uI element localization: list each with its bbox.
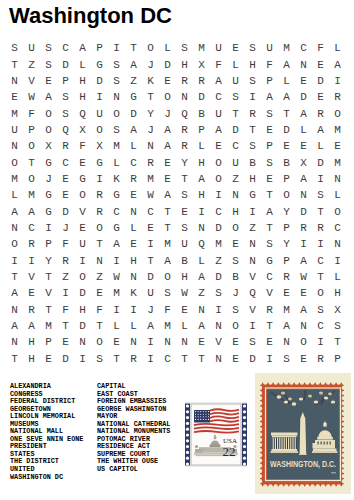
grid-cell-r13c2[interactable]: R xyxy=(23,236,40,252)
grid-cell-r18c13[interactable]: N xyxy=(210,318,227,334)
grid-cell-r12c7[interactable]: G xyxy=(108,220,125,236)
grid-cell-r16c11[interactable]: W xyxy=(176,285,193,301)
grid-cell-r18c11[interactable]: L xyxy=(176,318,193,334)
grid-cell-r14c9[interactable]: T xyxy=(142,252,159,268)
grid-cell-r2c2[interactable]: Z xyxy=(23,56,40,72)
grid-cell-r18c5[interactable]: D xyxy=(74,318,91,334)
grid-cell-r16c19[interactable]: O xyxy=(312,285,329,301)
grid-cell-r9c8[interactable]: R xyxy=(125,171,142,187)
grid-cell-r15c11[interactable]: H xyxy=(176,269,193,285)
grid-cell-r19c5[interactable]: N xyxy=(74,334,91,350)
grid-cell-r19c9[interactable]: I xyxy=(142,334,159,350)
grid-cell-r15c5[interactable]: O xyxy=(74,269,91,285)
grid-cell-r18c14[interactable]: O xyxy=(227,318,244,334)
grid-cell-r6c15[interactable]: T xyxy=(244,122,261,138)
grid-cell-r11c11[interactable]: E xyxy=(176,203,193,219)
grid-cell-r10c17[interactable]: O xyxy=(278,187,295,203)
grid-cell-r1c1[interactable]: S xyxy=(6,40,23,56)
grid-cell-r12c17[interactable]: P xyxy=(278,220,295,236)
grid-cell-r15c18[interactable]: W xyxy=(295,269,312,285)
grid-cell-r14c12[interactable]: L xyxy=(193,252,210,268)
grid-cell-r19c16[interactable]: E xyxy=(261,334,278,350)
grid-cell-r5c5[interactable]: Q xyxy=(74,105,91,121)
grid-cell-r15c17[interactable]: R xyxy=(278,269,295,285)
grid-cell-r1c10[interactable]: L xyxy=(159,40,176,56)
grid-cell-r8c7[interactable]: L xyxy=(108,154,125,170)
grid-cell-r10c20[interactable]: L xyxy=(329,187,346,203)
grid-cell-r13c7[interactable]: A xyxy=(108,236,125,252)
grid-cell-r6c9[interactable]: J xyxy=(142,122,159,138)
grid-cell-r10c10[interactable]: A xyxy=(159,187,176,203)
grid-cell-r9c15[interactable]: H xyxy=(244,171,261,187)
grid-cell-r12c20[interactable]: C xyxy=(329,220,346,236)
grid-cell-r18c1[interactable]: A xyxy=(6,318,23,334)
grid-cell-r10c15[interactable]: G xyxy=(244,187,261,203)
grid-cell-r16c2[interactable]: E xyxy=(23,285,40,301)
grid-cell-r14c15[interactable]: N xyxy=(244,252,261,268)
grid-cell-r9c7[interactable]: K xyxy=(108,171,125,187)
grid-cell-r19c19[interactable]: I xyxy=(312,334,329,350)
grid-cell-r13c15[interactable]: N xyxy=(244,236,261,252)
grid-cell-r10c7[interactable]: G xyxy=(108,187,125,203)
grid-cell-r10c14[interactable]: N xyxy=(227,187,244,203)
grid-cell-r9c18[interactable]: A xyxy=(295,171,312,187)
grid-cell-r18c3[interactable]: M xyxy=(40,318,57,334)
grid-cell-r17c9[interactable]: J xyxy=(142,302,159,318)
grid-cell-r17c11[interactable]: E xyxy=(176,302,193,318)
grid-cell-r16c3[interactable]: V xyxy=(40,285,57,301)
grid-cell-r14c8[interactable]: H xyxy=(125,252,142,268)
grid-cell-r15c12[interactable]: A xyxy=(193,269,210,285)
grid-cell-r13c1[interactable]: O xyxy=(6,236,23,252)
grid-cell-r7c12[interactable]: L xyxy=(193,138,210,154)
grid-cell-r2c17[interactable]: A xyxy=(278,56,295,72)
grid-cell-r11c3[interactable]: G xyxy=(40,203,57,219)
grid-cell-r19c4[interactable]: E xyxy=(57,334,74,350)
grid-cell-r12c13[interactable]: D xyxy=(210,220,227,236)
grid-cell-r12c6[interactable]: O xyxy=(91,220,108,236)
grid-cell-r9c19[interactable]: I xyxy=(312,171,329,187)
grid-cell-r6c11[interactable]: R xyxy=(176,122,193,138)
grid-cell-r3c19[interactable]: D xyxy=(312,73,329,89)
grid-cell-r12c16[interactable]: T xyxy=(261,220,278,236)
grid-cell-r2c9[interactable]: J xyxy=(142,56,159,72)
grid-cell-r10c5[interactable]: O xyxy=(74,187,91,203)
grid-cell-r3c10[interactable]: E xyxy=(159,73,176,89)
grid-cell-r6c10[interactable]: A xyxy=(159,122,176,138)
grid-cell-r16c14[interactable]: J xyxy=(227,285,244,301)
grid-cell-r5c12[interactable]: B xyxy=(193,105,210,121)
grid-cell-r15c4[interactable]: Z xyxy=(57,269,74,285)
grid-cell-r13c10[interactable]: M xyxy=(159,236,176,252)
grid-cell-r18c9[interactable]: A xyxy=(142,318,159,334)
grid-cell-r14c16[interactable]: G xyxy=(261,252,278,268)
grid-cell-r13c13[interactable]: M xyxy=(210,236,227,252)
grid-cell-r19c17[interactable]: N xyxy=(278,334,295,350)
grid-cell-r13c17[interactable]: Y xyxy=(278,236,295,252)
grid-cell-r16c18[interactable]: E xyxy=(295,285,312,301)
grid-cell-r15c15[interactable]: V xyxy=(244,269,261,285)
grid-cell-r5c9[interactable]: Y xyxy=(142,105,159,121)
grid-cell-r4c13[interactable]: C xyxy=(210,89,227,105)
grid-cell-r18c12[interactable]: A xyxy=(193,318,210,334)
grid-cell-r2c19[interactable]: E xyxy=(312,56,329,72)
grid-cell-r17c12[interactable]: N xyxy=(193,302,210,318)
grid-cell-r6c20[interactable]: M xyxy=(329,122,346,138)
grid-cell-r20c15[interactable]: D xyxy=(244,351,261,367)
grid-cell-r10c18[interactable]: N xyxy=(295,187,312,203)
grid-cell-r5c13[interactable]: U xyxy=(210,105,227,121)
grid-cell-r19c12[interactable]: E xyxy=(193,334,210,350)
grid-cell-r8c6[interactable]: G xyxy=(91,154,108,170)
grid-cell-r20c3[interactable]: E xyxy=(40,351,57,367)
grid-cell-r1c19[interactable]: F xyxy=(312,40,329,56)
grid-cell-r2c4[interactable]: D xyxy=(57,56,74,72)
grid-cell-r6c18[interactable]: L xyxy=(295,122,312,138)
grid-cell-r8c4[interactable]: C xyxy=(57,154,74,170)
grid-cell-r8c12[interactable]: H xyxy=(193,154,210,170)
grid-cell-r3c6[interactable]: D xyxy=(91,73,108,89)
grid-cell-r19c3[interactable]: P xyxy=(40,334,57,350)
grid-cell-r7c10[interactable]: A xyxy=(159,138,176,154)
grid-cell-r13c4[interactable]: F xyxy=(57,236,74,252)
grid-cell-r4c15[interactable]: I xyxy=(244,89,261,105)
grid-cell-r14c1[interactable]: I xyxy=(6,252,23,268)
grid-cell-r1c12[interactable]: M xyxy=(193,40,210,56)
grid-cell-r14c13[interactable]: Z xyxy=(210,252,227,268)
grid-cell-r2c1[interactable]: T xyxy=(6,56,23,72)
grid-cell-r7c16[interactable]: P xyxy=(261,138,278,154)
grid-cell-r17c16[interactable]: R xyxy=(261,302,278,318)
grid-cell-r6c14[interactable]: D xyxy=(227,122,244,138)
grid-cell-r13c5[interactable]: U xyxy=(74,236,91,252)
grid-cell-r19c14[interactable]: E xyxy=(227,334,244,350)
grid-cell-r8c20[interactable]: M xyxy=(329,154,346,170)
grid-cell-r20c12[interactable]: T xyxy=(193,351,210,367)
grid-cell-r18c19[interactable]: C xyxy=(312,318,329,334)
grid-cell-r6c4[interactable]: Q xyxy=(57,122,74,138)
grid-cell-r15c6[interactable]: Z xyxy=(91,269,108,285)
grid-cell-r4c18[interactable]: D xyxy=(295,89,312,105)
grid-cell-r20c7[interactable]: T xyxy=(108,351,125,367)
grid-cell-r12c14[interactable]: O xyxy=(227,220,244,236)
grid-cell-r7c13[interactable]: E xyxy=(210,138,227,154)
grid-cell-r4c4[interactable]: S xyxy=(57,89,74,105)
grid-cell-r8c3[interactable]: G xyxy=(40,154,57,170)
grid-cell-r5c6[interactable]: U xyxy=(91,105,108,121)
grid-cell-r10c4[interactable]: E xyxy=(57,187,74,203)
grid-cell-r10c9[interactable]: W xyxy=(142,187,159,203)
grid-cell-r1c8[interactable]: T xyxy=(125,40,142,56)
grid-cell-r1c14[interactable]: E xyxy=(227,40,244,56)
grid-cell-r10c6[interactable]: R xyxy=(91,187,108,203)
grid-cell-r3c2[interactable]: V xyxy=(23,73,40,89)
grid-cell-r14c2[interactable]: I xyxy=(23,252,40,268)
grid-cell-r20c6[interactable]: S xyxy=(91,351,108,367)
grid-cell-r4c5[interactable]: H xyxy=(74,89,91,105)
grid-cell-r11c12[interactable]: I xyxy=(193,203,210,219)
grid-cell-r16c5[interactable]: D xyxy=(74,285,91,301)
grid-cell-r20c14[interactable]: E xyxy=(227,351,244,367)
grid-cell-r15c16[interactable]: C xyxy=(261,269,278,285)
grid-cell-r19c1[interactable]: N xyxy=(6,334,23,350)
grid-cell-r11c19[interactable]: T xyxy=(312,203,329,219)
grid-cell-r16c9[interactable]: U xyxy=(142,285,159,301)
grid-cell-r4c10[interactable]: O xyxy=(159,89,176,105)
grid-cell-r20c20[interactable]: P xyxy=(329,351,346,367)
grid-cell-r18c16[interactable]: T xyxy=(261,318,278,334)
grid-cell-r20c13[interactable]: N xyxy=(210,351,227,367)
grid-cell-r3c12[interactable]: R xyxy=(193,73,210,89)
grid-cell-r9c5[interactable]: G xyxy=(74,171,91,187)
grid-cell-r3c4[interactable]: P xyxy=(57,73,74,89)
grid-cell-r2c5[interactable]: L xyxy=(74,56,91,72)
grid-cell-r3c5[interactable]: H xyxy=(74,73,91,89)
grid-cell-r12c1[interactable]: N xyxy=(6,220,23,236)
grid-cell-r16c12[interactable]: Z xyxy=(193,285,210,301)
grid-cell-r12c15[interactable]: Z xyxy=(244,220,261,236)
grid-cell-r9c10[interactable]: E xyxy=(159,171,176,187)
grid-cell-r8c5[interactable]: E xyxy=(74,154,91,170)
grid-cell-r6c1[interactable]: U xyxy=(6,122,23,138)
grid-cell-r6c17[interactable]: D xyxy=(278,122,295,138)
grid-cell-r16c4[interactable]: I xyxy=(57,285,74,301)
grid-cell-r14c17[interactable]: P xyxy=(278,252,295,268)
grid-cell-r2c20[interactable]: A xyxy=(329,56,346,72)
grid-cell-r7c9[interactable]: N xyxy=(142,138,159,154)
grid-cell-r8c1[interactable]: O xyxy=(6,154,23,170)
grid-cell-r3c1[interactable]: N xyxy=(6,73,23,89)
grid-cell-r9c16[interactable]: E xyxy=(261,171,278,187)
grid-cell-r4c17[interactable]: A xyxy=(278,89,295,105)
grid-cell-r19c20[interactable]: T xyxy=(329,334,346,350)
grid-cell-r3c7[interactable]: S xyxy=(108,73,125,89)
grid-cell-r8c11[interactable]: Y xyxy=(176,154,193,170)
grid-cell-r17c7[interactable]: I xyxy=(108,302,125,318)
grid-cell-r16c7[interactable]: M xyxy=(108,285,125,301)
grid-cell-r2c14[interactable]: L xyxy=(227,56,244,72)
grid-cell-r18c2[interactable]: A xyxy=(23,318,40,334)
grid-cell-r14c19[interactable]: C xyxy=(312,252,329,268)
grid-cell-r19c10[interactable]: N xyxy=(159,334,176,350)
grid-cell-r18c8[interactable]: L xyxy=(125,318,142,334)
grid-cell-r4c12[interactable]: D xyxy=(193,89,210,105)
grid-cell-r15c9[interactable]: D xyxy=(142,269,159,285)
grid-cell-r8c17[interactable]: B xyxy=(278,154,295,170)
grid-cell-r6c7[interactable]: S xyxy=(108,122,125,138)
grid-cell-r2c16[interactable]: F xyxy=(261,56,278,72)
grid-cell-r2c12[interactable]: X xyxy=(193,56,210,72)
grid-cell-r7c8[interactable]: L xyxy=(125,138,142,154)
grid-cell-r14c18[interactable]: A xyxy=(295,252,312,268)
grid-cell-r3c9[interactable]: K xyxy=(142,73,159,89)
grid-cell-r3c17[interactable]: L xyxy=(278,73,295,89)
grid-cell-r5c10[interactable]: J xyxy=(159,105,176,121)
grid-cell-r12c3[interactable]: I xyxy=(40,220,57,236)
grid-cell-r17c2[interactable]: R xyxy=(23,302,40,318)
grid-cell-r2c15[interactable]: H xyxy=(244,56,261,72)
grid-cell-r13c12[interactable]: Q xyxy=(193,236,210,252)
grid-cell-r9c11[interactable]: T xyxy=(176,171,193,187)
grid-cell-r11c14[interactable]: H xyxy=(227,203,244,219)
grid-cell-r3c3[interactable]: E xyxy=(40,73,57,89)
grid-cell-r12c18[interactable]: R xyxy=(295,220,312,236)
grid-cell-r12c11[interactable]: S xyxy=(176,220,193,236)
grid-cell-r15c7[interactable]: W xyxy=(108,269,125,285)
grid-cell-r14c6[interactable]: N xyxy=(91,252,108,268)
grid-cell-r14c14[interactable]: S xyxy=(227,252,244,268)
grid-cell-r4c6[interactable]: I xyxy=(91,89,108,105)
grid-cell-r20c1[interactable]: T xyxy=(6,351,23,367)
grid-cell-r2c3[interactable]: S xyxy=(40,56,57,72)
grid-cell-r19c13[interactable]: V xyxy=(210,334,227,350)
grid-cell-r12c10[interactable]: T xyxy=(159,220,176,236)
grid-cell-r10c12[interactable]: H xyxy=(193,187,210,203)
grid-cell-r17c1[interactable]: N xyxy=(6,302,23,318)
grid-cell-r2c13[interactable]: F xyxy=(210,56,227,72)
grid-cell-r9c20[interactable]: N xyxy=(329,171,346,187)
grid-cell-r6c12[interactable]: P xyxy=(193,122,210,138)
grid-cell-r7c15[interactable]: S xyxy=(244,138,261,154)
grid-cell-r1c18[interactable]: C xyxy=(295,40,312,56)
grid-cell-r4c20[interactable]: R xyxy=(329,89,346,105)
grid-cell-r1c15[interactable]: S xyxy=(244,40,261,56)
grid-cell-r13c18[interactable]: I xyxy=(295,236,312,252)
grid-cell-r1c7[interactable]: I xyxy=(108,40,125,56)
grid-cell-r16c1[interactable]: A xyxy=(6,285,23,301)
grid-cell-r1c9[interactable]: O xyxy=(142,40,159,56)
grid-cell-r20c10[interactable]: C xyxy=(159,351,176,367)
grid-cell-r2c7[interactable]: S xyxy=(108,56,125,72)
grid-cell-r18c10[interactable]: M xyxy=(159,318,176,334)
grid-cell-r1c5[interactable]: A xyxy=(74,40,91,56)
grid-cell-r15c14[interactable]: B xyxy=(227,269,244,285)
grid-cell-r14c7[interactable]: I xyxy=(108,252,125,268)
grid-cell-r9c9[interactable]: M xyxy=(142,171,159,187)
grid-cell-r9c3[interactable]: J xyxy=(40,171,57,187)
grid-cell-r3c15[interactable]: S xyxy=(244,73,261,89)
grid-cell-r16c10[interactable]: S xyxy=(159,285,176,301)
grid-cell-r5c1[interactable]: M xyxy=(6,105,23,121)
grid-cell-r12c9[interactable]: E xyxy=(142,220,159,236)
grid-cell-r1c17[interactable]: M xyxy=(278,40,295,56)
grid-cell-r9c4[interactable]: E xyxy=(57,171,74,187)
grid-cell-r1c2[interactable]: U xyxy=(23,40,40,56)
grid-cell-r15c2[interactable]: V xyxy=(23,269,40,285)
grid-cell-r17c4[interactable]: F xyxy=(57,302,74,318)
grid-cell-r13c8[interactable]: E xyxy=(125,236,142,252)
grid-cell-r5c8[interactable]: D xyxy=(125,105,142,121)
grid-cell-r1c13[interactable]: U xyxy=(210,40,227,56)
grid-cell-r11c4[interactable]: D xyxy=(57,203,74,219)
grid-cell-r2c6[interactable]: G xyxy=(91,56,108,72)
grid-cell-r16c6[interactable]: E xyxy=(91,285,108,301)
grid-cell-r6c19[interactable]: A xyxy=(312,122,329,138)
grid-cell-r20c5[interactable]: I xyxy=(74,351,91,367)
grid-cell-r13c14[interactable]: E xyxy=(227,236,244,252)
grid-cell-r5c18[interactable]: A xyxy=(295,105,312,121)
grid-cell-r14c20[interactable]: I xyxy=(329,252,346,268)
grid-cell-r17c14[interactable]: S xyxy=(227,302,244,318)
grid-cell-r1c16[interactable]: U xyxy=(261,40,278,56)
grid-cell-r17c20[interactable]: X xyxy=(329,302,346,318)
grid-cell-r11c20[interactable]: O xyxy=(329,203,346,219)
grid-cell-r13c16[interactable]: S xyxy=(261,236,278,252)
grid-cell-r4c7[interactable]: N xyxy=(108,89,125,105)
grid-cell-r16c20[interactable]: H xyxy=(329,285,346,301)
grid-cell-r16c15[interactable]: Q xyxy=(244,285,261,301)
grid-cell-r2c18[interactable]: N xyxy=(295,56,312,72)
grid-cell-r12c2[interactable]: C xyxy=(23,220,40,236)
grid-cell-r2c11[interactable]: H xyxy=(176,56,193,72)
grid-cell-r17c5[interactable]: H xyxy=(74,302,91,318)
grid-cell-r16c16[interactable]: V xyxy=(261,285,278,301)
grid-cell-r10c16[interactable]: T xyxy=(261,187,278,203)
grid-cell-r17c13[interactable]: I xyxy=(210,302,227,318)
grid-cell-r14c11[interactable]: B xyxy=(176,252,193,268)
grid-cell-r5c19[interactable]: R xyxy=(312,105,329,121)
grid-cell-r5c11[interactable]: Q xyxy=(176,105,193,121)
grid-cell-r20c17[interactable]: S xyxy=(278,351,295,367)
grid-cell-r13c9[interactable]: I xyxy=(142,236,159,252)
grid-cell-r17c3[interactable]: T xyxy=(40,302,57,318)
grid-cell-r10c2[interactable]: M xyxy=(23,187,40,203)
grid-cell-r9c14[interactable]: Z xyxy=(227,171,244,187)
grid-cell-r17c18[interactable]: A xyxy=(295,302,312,318)
grid-cell-r15c13[interactable]: D xyxy=(210,269,227,285)
grid-cell-r3c16[interactable]: P xyxy=(261,73,278,89)
grid-cell-r17c10[interactable]: F xyxy=(159,302,176,318)
grid-cell-r7c20[interactable]: E xyxy=(329,138,346,154)
grid-cell-r1c11[interactable]: S xyxy=(176,40,193,56)
grid-cell-r8c19[interactable]: D xyxy=(312,154,329,170)
grid-cell-r3c18[interactable]: E xyxy=(295,73,312,89)
grid-cell-r6c3[interactable]: O xyxy=(40,122,57,138)
grid-cell-r18c18[interactable]: N xyxy=(295,318,312,334)
grid-cell-r15c10[interactable]: O xyxy=(159,269,176,285)
grid-cell-r17c15[interactable]: V xyxy=(244,302,261,318)
grid-cell-r17c6[interactable]: F xyxy=(91,302,108,318)
grid-cell-r9c6[interactable]: I xyxy=(91,171,108,187)
grid-cell-r20c11[interactable]: T xyxy=(176,351,193,367)
grid-cell-r14c5[interactable]: I xyxy=(74,252,91,268)
grid-cell-r19c15[interactable]: S xyxy=(244,334,261,350)
grid-cell-r7c11[interactable]: R xyxy=(176,138,193,154)
grid-cell-r8c9[interactable]: R xyxy=(142,154,159,170)
grid-cell-r7c5[interactable]: F xyxy=(74,138,91,154)
grid-cell-r7c14[interactable]: C xyxy=(227,138,244,154)
grid-cell-r11c17[interactable]: Y xyxy=(278,203,295,219)
grid-cell-r18c20[interactable]: S xyxy=(329,318,346,334)
grid-cell-r7c2[interactable]: O xyxy=(23,138,40,154)
grid-cell-r6c5[interactable]: X xyxy=(74,122,91,138)
grid-cell-r18c6[interactable]: T xyxy=(91,318,108,334)
grid-cell-r3c13[interactable]: A xyxy=(210,73,227,89)
grid-cell-r4c19[interactable]: E xyxy=(312,89,329,105)
grid-cell-r19c18[interactable]: O xyxy=(295,334,312,350)
grid-cell-r8c18[interactable]: X xyxy=(295,154,312,170)
grid-cell-r9c1[interactable]: M xyxy=(6,171,23,187)
grid-cell-r8c8[interactable]: C xyxy=(125,154,142,170)
grid-cell-r20c19[interactable]: R xyxy=(312,351,329,367)
grid-cell-r10c13[interactable]: I xyxy=(210,187,227,203)
grid-cell-r5c2[interactable]: F xyxy=(23,105,40,121)
grid-cell-r20c16[interactable]: I xyxy=(261,351,278,367)
grid-cell-r6c6[interactable]: O xyxy=(91,122,108,138)
grid-cell-r4c11[interactable]: N xyxy=(176,89,193,105)
grid-cell-r10c8[interactable]: E xyxy=(125,187,142,203)
grid-cell-r11c8[interactable]: N xyxy=(125,203,142,219)
